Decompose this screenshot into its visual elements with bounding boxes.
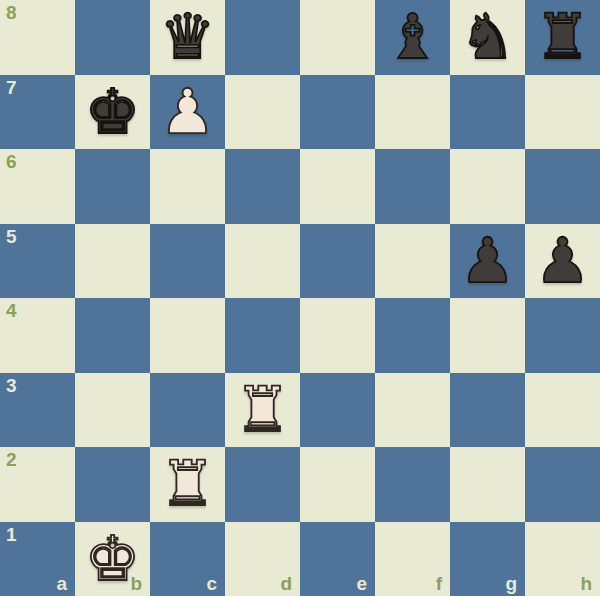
piece-white-pawn-c7[interactable]: ♟ [160,81,216,143]
file-label-c: c [206,574,217,593]
square-c8[interactable]: ♛ [150,0,225,75]
square-b6[interactable] [75,149,150,224]
square-g2[interactable] [450,447,525,522]
file-label-b: b [130,574,142,593]
square-g3[interactable] [450,373,525,448]
square-f1[interactable]: f [375,522,450,596]
piece-black-bishop-f8[interactable]: ♝ [385,6,441,68]
square-d7[interactable] [225,75,300,150]
square-d5[interactable] [225,224,300,299]
square-f8[interactable]: ♝ [375,0,450,75]
square-h3[interactable] [525,373,600,448]
square-d3[interactable]: ♜ [225,373,300,448]
piece-black-queen-c8[interactable]: ♛ [160,6,216,68]
piece-white-rook-c2[interactable]: ♜ [160,453,216,515]
square-a7[interactable]: 7 [0,75,75,150]
square-c6[interactable] [150,149,225,224]
square-d4[interactable] [225,298,300,373]
piece-black-pawn-h5[interactable]: ♟ [535,230,591,292]
square-g8[interactable]: ♞ [450,0,525,75]
square-d2[interactable] [225,447,300,522]
chess-board: 8♛♝♞♜7♚♟65♟♟43♜2♜1ab♚cdefgh [0,0,600,596]
square-b1[interactable]: b♚ [75,522,150,596]
rank-label-8: 8 [6,3,17,22]
square-a1[interactable]: 1a [0,522,75,596]
square-e3[interactable] [300,373,375,448]
rank-label-1: 1 [6,525,17,544]
piece-black-rook-h8[interactable]: ♜ [535,6,591,68]
square-e2[interactable] [300,447,375,522]
rank-label-5: 5 [6,227,17,246]
rank-label-7: 7 [6,78,17,97]
square-f3[interactable] [375,373,450,448]
file-label-a: a [56,574,67,593]
square-a4[interactable]: 4 [0,298,75,373]
square-a5[interactable]: 5 [0,224,75,299]
square-b8[interactable] [75,0,150,75]
square-d1[interactable]: d [225,522,300,596]
square-h5[interactable]: ♟ [525,224,600,299]
square-g6[interactable] [450,149,525,224]
square-a2[interactable]: 2 [0,447,75,522]
square-b5[interactable] [75,224,150,299]
square-e7[interactable] [300,75,375,150]
square-b3[interactable] [75,373,150,448]
file-label-f: f [436,574,442,593]
square-f6[interactable] [375,149,450,224]
square-g7[interactable] [450,75,525,150]
piece-black-knight-g8[interactable]: ♞ [460,6,516,68]
square-f2[interactable] [375,447,450,522]
square-c5[interactable] [150,224,225,299]
square-b4[interactable] [75,298,150,373]
square-c7[interactable]: ♟ [150,75,225,150]
square-e8[interactable] [300,0,375,75]
square-a6[interactable]: 6 [0,149,75,224]
square-h6[interactable] [525,149,600,224]
square-h4[interactable] [525,298,600,373]
square-h1[interactable]: h [525,522,600,596]
piece-white-rook-d3[interactable]: ♜ [235,379,291,441]
rank-label-2: 2 [6,450,17,469]
square-c3[interactable] [150,373,225,448]
square-g4[interactable] [450,298,525,373]
square-f7[interactable] [375,75,450,150]
file-label-g: g [505,574,517,593]
piece-black-pawn-g5[interactable]: ♟ [460,230,516,292]
square-c1[interactable]: c [150,522,225,596]
square-d8[interactable] [225,0,300,75]
square-e4[interactable] [300,298,375,373]
square-e6[interactable] [300,149,375,224]
file-label-e: e [356,574,367,593]
square-e5[interactable] [300,224,375,299]
square-f4[interactable] [375,298,450,373]
square-g1[interactable]: g [450,522,525,596]
file-label-h: h [580,574,592,593]
rank-label-6: 6 [6,152,17,171]
square-a3[interactable]: 3 [0,373,75,448]
square-c4[interactable] [150,298,225,373]
square-c2[interactable]: ♜ [150,447,225,522]
square-b2[interactable] [75,447,150,522]
square-b7[interactable]: ♚ [75,75,150,150]
rank-label-4: 4 [6,301,17,320]
square-g5[interactable]: ♟ [450,224,525,299]
file-label-d: d [280,574,292,593]
square-e1[interactable]: e [300,522,375,596]
square-h8[interactable]: ♜ [525,0,600,75]
square-h7[interactable] [525,75,600,150]
square-h2[interactable] [525,447,600,522]
square-a8[interactable]: 8 [0,0,75,75]
piece-black-king-b7[interactable]: ♚ [85,81,141,143]
rank-label-3: 3 [6,376,17,395]
square-f5[interactable] [375,224,450,299]
square-d6[interactable] [225,149,300,224]
